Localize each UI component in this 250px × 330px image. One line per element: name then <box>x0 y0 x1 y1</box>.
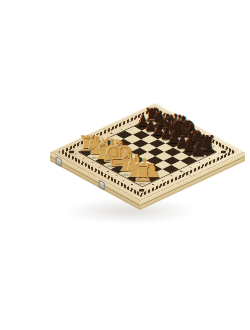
corner-diamond-icon <box>151 113 156 115</box>
chess-board <box>50 103 245 201</box>
corner-diamond-icon <box>139 189 144 191</box>
corner-diamond-icon <box>69 151 74 153</box>
product-photo-chess-set[interactable]: ♜♞♝♛♚♝♞♜♟♟♟♟♟♟♟♟♟♟♟♟♟♟♟♟♜♞♝♛♚♝♞♜ <box>0 0 250 330</box>
corner-diamond-icon <box>221 151 226 153</box>
